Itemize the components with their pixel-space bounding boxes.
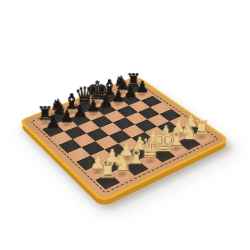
square-g7[interactable]: ♟: [120, 94, 141, 105]
piece-shadow: [64, 108, 79, 116]
square-c7[interactable]: ♟: [69, 113, 91, 125]
piece-black-pawn[interactable]: ♟: [73, 103, 88, 120]
square-g5[interactable]: [138, 107, 160, 119]
piece-black-pawn[interactable]: ♟: [59, 108, 74, 125]
piece-black-bishop[interactable]: ♝: [101, 77, 119, 97]
piece-black-queen[interactable]: ♛: [74, 84, 95, 108]
square-h8[interactable]: ♜: [123, 83, 143, 94]
piece-black-pawn[interactable]: ♟: [86, 98, 101, 114]
chess-board[interactable]: ♜♞♝♛♚♝♞♜♟♟♟♟♟♟♟♟♟♟♟♟♟♟♟♟♜♞♝♛♚♝♞♜: [18, 76, 230, 203]
square-e6[interactable]: [104, 110, 126, 122]
piece-black-pawn[interactable]: ♟: [99, 93, 114, 109]
piece-shadow: [123, 95, 138, 103]
piece-black-king[interactable]: ♚: [86, 77, 109, 102]
square-g6[interactable]: [129, 100, 150, 112]
piece-shadow: [111, 100, 126, 108]
piece-shadow: [103, 94, 117, 102]
piece-shadow: [99, 105, 114, 113]
board-squares: ♜♞♝♛♚♝♞♜♟♟♟♟♟♟♟♟♟♟♟♟♟♟♟♟♜♞♝♛♚♝♞♜: [34, 83, 213, 189]
piece-black-pawn[interactable]: ♟: [111, 88, 125, 104]
piece-white-rook[interactable]: ♜: [98, 160, 117, 181]
piece-black-pawn[interactable]: ♟: [45, 113, 60, 130]
board-rim: ♜♞♝♛♚♝♞♜♟♟♟♟♟♟♟♟♟♟♟♟♟♟♟♟♜♞♝♛♚♝♞♜: [18, 76, 230, 203]
square-f8[interactable]: ♝: [99, 92, 120, 103]
square-h5[interactable]: [150, 102, 171, 114]
square-d8[interactable]: ♛: [74, 102, 95, 114]
square-f6[interactable]: [117, 105, 138, 117]
piece-black-pawn[interactable]: ♟: [123, 84, 137, 100]
square-h6[interactable]: [141, 96, 162, 107]
chess-set-photo: ♜♞♝♛♚♝♞♜♟♟♟♟♟♟♟♟♟♟♟♟♟♟♟♟♜♞♝♛♚♝♞♜: [0, 0, 250, 250]
piece-shadow: [135, 91, 149, 98]
piece-black-bishop[interactable]: ♝: [62, 91, 81, 112]
square-e5[interactable]: [113, 117, 135, 130]
piece-shadow: [90, 98, 105, 106]
square-e8[interactable]: ♚: [87, 97, 108, 108]
piece-shadow: [115, 89, 129, 96]
square-f7[interactable]: ♟: [108, 99, 129, 111]
piece-black-knight[interactable]: ♞: [113, 74, 130, 93]
piece-black-pawn[interactable]: ♟: [135, 79, 149, 95]
piece-shadow: [59, 120, 74, 129]
piece-shadow: [126, 85, 140, 92]
stage: ♜♞♝♛♚♝♞♜♟♟♟♟♟♟♟♟♟♟♟♟♟♟♟♟♜♞♝♛♚♝♞♜: [0, 0, 250, 250]
piece-shadow: [86, 110, 101, 118]
piece-shadow: [73, 115, 88, 123]
square-h7[interactable]: ♟: [132, 89, 153, 100]
piece-shadow: [77, 103, 92, 111]
piece-black-rook[interactable]: ♜: [126, 71, 141, 88]
square-f5[interactable]: [126, 112, 148, 124]
square-d7[interactable]: ♟: [83, 108, 104, 120]
square-d6[interactable]: [91, 115, 113, 128]
square-g8[interactable]: ♞: [112, 88, 132, 99]
square-e7[interactable]: ♟: [95, 103, 116, 115]
square-c8[interactable]: ♝: [61, 107, 82, 119]
